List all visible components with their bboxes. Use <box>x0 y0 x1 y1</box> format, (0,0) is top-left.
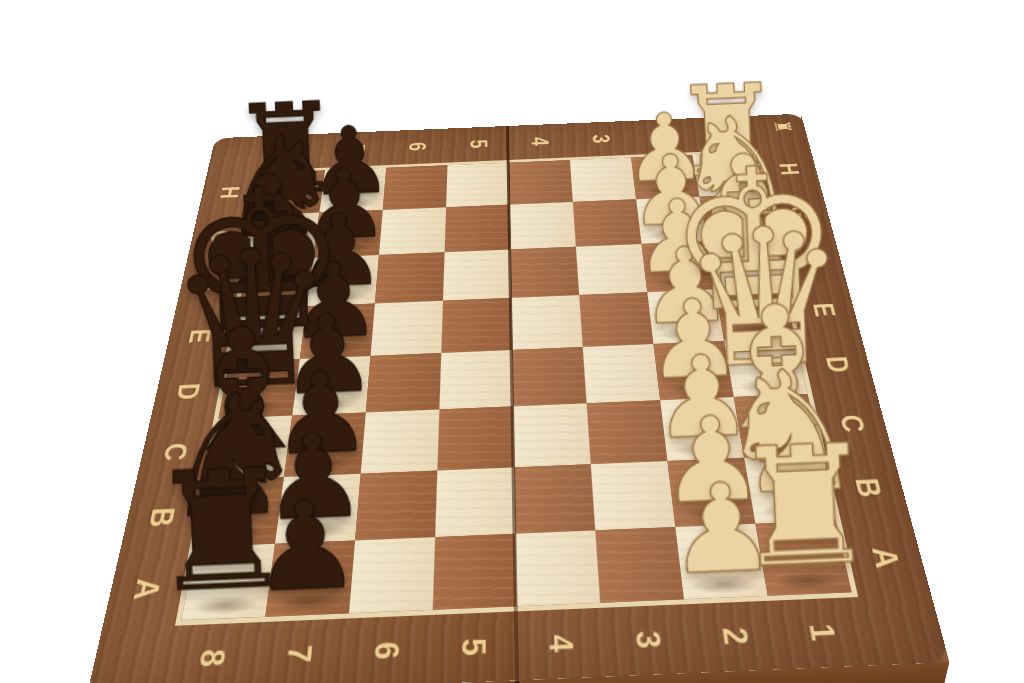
square-d5[interactable] <box>439 350 513 409</box>
coord-label-far-4: 4 <box>516 121 562 163</box>
coord-label-left-h: H <box>194 176 264 210</box>
square-e3[interactable] <box>579 292 653 347</box>
coord-label-near-4: 4 <box>528 602 594 683</box>
square-e4[interactable] <box>511 295 583 350</box>
coord-label-far-8: 8 <box>268 131 319 173</box>
coord-label-far-6: 6 <box>393 126 440 168</box>
coord-label-right-h: H <box>754 152 825 185</box>
white-pawn-h2[interactable]: ♟ <box>622 102 709 193</box>
coord-label-near-5: 5 <box>441 606 505 683</box>
square-g4[interactable] <box>509 202 575 250</box>
coord-label-near-8: 8 <box>173 616 249 683</box>
square-h7[interactable]: ♟ <box>319 167 386 212</box>
brand-rook-stamp-icon: ♜ <box>770 120 795 134</box>
black-pawn-h7[interactable]: ♟ <box>307 115 394 206</box>
square-d4[interactable] <box>512 347 587 406</box>
piece-contact-shadow <box>326 197 378 210</box>
white-rook-h1[interactable]: ♜ <box>670 69 786 191</box>
square-c4[interactable] <box>513 403 591 467</box>
coord-label-far-1: 1 <box>697 113 749 154</box>
square-h3[interactable] <box>570 157 636 201</box>
coord-label-far-3: 3 <box>577 118 625 160</box>
square-e5[interactable] <box>441 297 512 352</box>
photo-canvas: 87654321 87654321 HGFEDCBA HGFEDCBA ♜♟♟♜… <box>0 0 1024 683</box>
coord-label-far-5: 5 <box>455 123 500 165</box>
square-h5[interactable] <box>446 162 509 207</box>
coord-label-near-7: 7 <box>262 613 334 683</box>
square-f3[interactable] <box>576 244 647 295</box>
square-f6[interactable] <box>375 252 445 303</box>
squares-grid: ♜♟♟♜♞♟♟♞♝♟♟♝♚♟♟♚♛♟♟♛♝♟♟♝♞♟♟♞♜♟♟♜ <box>175 149 858 625</box>
square-h6[interactable] <box>383 165 448 210</box>
square-a5[interactable] <box>433 533 517 609</box>
square-a4[interactable] <box>515 530 600 606</box>
perspective-scene: 87654321 87654321 HGFEDCBA HGFEDCBA ♜♟♟♜… <box>0 0 1024 683</box>
square-g6[interactable] <box>379 207 446 255</box>
square-c5[interactable] <box>437 406 514 470</box>
square-g3[interactable] <box>573 199 642 247</box>
square-f4[interactable] <box>510 246 579 297</box>
coord-label-near-3: 3 <box>613 598 684 681</box>
square-f5[interactable] <box>443 249 511 300</box>
coord-label-near-2: 2 <box>699 595 774 678</box>
square-g5[interactable] <box>445 204 511 252</box>
square-b5[interactable] <box>435 467 515 537</box>
fold-seam-front <box>515 680 522 683</box>
black-rook-a8[interactable]: ♜ <box>145 449 298 611</box>
board-surface: 87654321 87654321 HGFEDCBA HGFEDCBA ♜♟♟♜… <box>86 113 949 683</box>
coord-label-near-1: 1 <box>784 591 863 674</box>
coord-label-near-6: 6 <box>352 609 420 683</box>
coord-label-far-2: 2 <box>637 115 687 156</box>
square-a1[interactable]: ♜ <box>755 520 851 595</box>
chess-board: 87654321 87654321 HGFEDCBA HGFEDCBA ♜♟♟♜… <box>86 113 949 683</box>
square-e6[interactable] <box>371 300 443 355</box>
coord-label-far-7: 7 <box>331 128 380 170</box>
square-h4[interactable] <box>509 160 573 204</box>
square-b4[interactable] <box>514 464 595 534</box>
square-a8[interactable]: ♜ <box>182 543 276 619</box>
rank-labels-far-edge: 87654321 <box>261 118 757 167</box>
white-rook-a1[interactable]: ♜ <box>728 425 881 587</box>
black-rook-h8[interactable]: ♜ <box>228 88 344 210</box>
